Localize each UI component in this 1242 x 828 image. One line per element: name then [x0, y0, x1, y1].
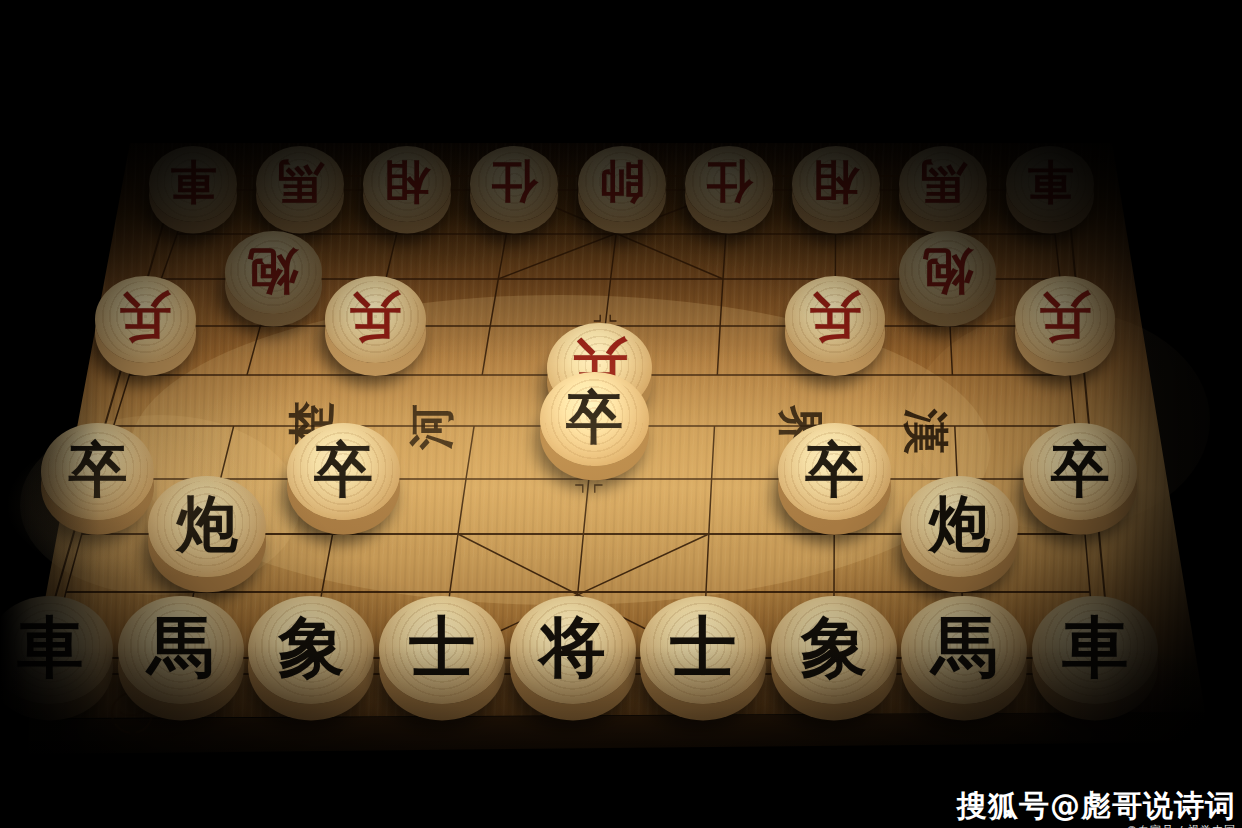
black-chariot-glyph: 車	[17, 614, 83, 680]
red-horse-glyph: 馬	[920, 159, 966, 205]
black-advisor-file6-rank10[interactable]: 士	[640, 596, 766, 704]
black-cannon-glyph: 炮	[177, 493, 238, 554]
red-chariot-glyph: 車	[170, 159, 216, 205]
red-general-glyph: 帥	[599, 159, 645, 205]
red-chariot-file1-rank1[interactable]: 車	[149, 146, 237, 222]
black-soldier-file5-rank6[interactable]: 卒	[540, 372, 649, 466]
black-advisor-glyph: 士	[670, 614, 736, 680]
red-advisor-file6-rank1[interactable]: 仕	[685, 146, 773, 222]
black-chariot-file1-rank10[interactable]: 車	[0, 596, 113, 704]
red-horse-glyph: 馬	[277, 159, 323, 205]
black-cannon-file8-rank8[interactable]: 炮	[901, 476, 1019, 577]
red-chariot-file9-rank1[interactable]: 車	[1006, 146, 1094, 222]
red-soldier-file7-rank4[interactable]: 兵	[785, 276, 886, 363]
black-soldier-glyph: 卒	[68, 440, 127, 499]
red-advisor-file4-rank1[interactable]: 仕	[470, 146, 558, 222]
black-soldier-file9-rank7[interactable]: 卒	[1023, 423, 1136, 521]
red-elephant-glyph: 相	[813, 159, 859, 205]
red-elephant-glyph: 相	[384, 159, 430, 205]
black-cannon-file2-rank8[interactable]: 炮	[148, 476, 266, 577]
red-general-file5-rank1[interactable]: 帥	[578, 146, 666, 222]
red-cannon-file8-rank3[interactable]: 炮	[899, 231, 995, 314]
black-horse-file8-rank10[interactable]: 馬	[901, 596, 1027, 704]
red-advisor-glyph: 仕	[491, 159, 537, 205]
black-advisor-glyph: 士	[409, 614, 475, 680]
black-soldier-glyph: 卒	[805, 440, 864, 499]
black-soldier-file7-rank7[interactable]: 卒	[778, 423, 891, 521]
red-soldier-glyph: 兵	[349, 291, 401, 343]
red-advisor-glyph: 仕	[706, 159, 752, 205]
black-horse-file2-rank10[interactable]: 馬	[118, 596, 244, 704]
xiangqi-photo-scene: 楚 河 界 漢 車馬相仕帥仕相馬車炮炮兵兵兵兵兵卒卒卒卒卒炮炮車馬象士将士象馬車…	[0, 0, 1242, 828]
red-horse-file2-rank1[interactable]: 馬	[256, 146, 344, 222]
black-soldier-glyph: 卒	[566, 388, 623, 445]
red-soldier-glyph: 兵	[1039, 291, 1091, 343]
black-general-file5-rank10[interactable]: 将	[510, 596, 636, 704]
watermark: 搜狐号@彪哥说诗词 ©白家号 / 视觉中国	[957, 786, 1236, 828]
red-cannon-glyph: 炮	[248, 246, 298, 296]
black-chariot-glyph: 車	[1062, 614, 1128, 680]
red-soldier-glyph: 兵	[809, 291, 861, 343]
pieces-layer: 車馬相仕帥仕相馬車炮炮兵兵兵兵兵卒卒卒卒卒炮炮車馬象士将士象馬車	[0, 0, 1242, 828]
black-soldier-glyph: 卒	[1050, 440, 1109, 499]
red-elephant-file3-rank1[interactable]: 相	[363, 146, 451, 222]
black-elephant-file7-rank10[interactable]: 象	[771, 596, 897, 704]
red-soldier-glyph: 兵	[119, 291, 171, 343]
red-soldier-file3-rank4[interactable]: 兵	[325, 276, 426, 363]
black-advisor-file4-rank10[interactable]: 士	[379, 596, 505, 704]
red-horse-file8-rank1[interactable]: 馬	[899, 146, 987, 222]
black-cannon-glyph: 炮	[929, 493, 990, 554]
red-cannon-file2-rank3[interactable]: 炮	[225, 231, 321, 314]
red-soldier-file1-rank4[interactable]: 兵	[95, 276, 196, 363]
red-elephant-file7-rank1[interactable]: 相	[792, 146, 880, 222]
black-elephant-glyph: 象	[278, 614, 344, 680]
black-elephant-file3-rank10[interactable]: 象	[248, 596, 374, 704]
black-chariot-file9-rank10[interactable]: 車	[1032, 596, 1158, 704]
black-soldier-file3-rank7[interactable]: 卒	[287, 423, 400, 521]
black-elephant-glyph: 象	[801, 614, 867, 680]
black-horse-glyph: 馬	[148, 614, 214, 680]
red-chariot-glyph: 車	[1027, 159, 1073, 205]
black-soldier-glyph: 卒	[314, 440, 373, 499]
red-soldier-file9-rank4[interactable]: 兵	[1015, 276, 1116, 363]
watermark-main: 搜狐号@彪哥说诗词	[957, 786, 1236, 827]
black-horse-glyph: 馬	[931, 614, 997, 680]
black-general-glyph: 将	[540, 614, 606, 680]
black-soldier-file1-rank7[interactable]: 卒	[41, 423, 154, 521]
red-cannon-glyph: 炮	[923, 246, 973, 296]
